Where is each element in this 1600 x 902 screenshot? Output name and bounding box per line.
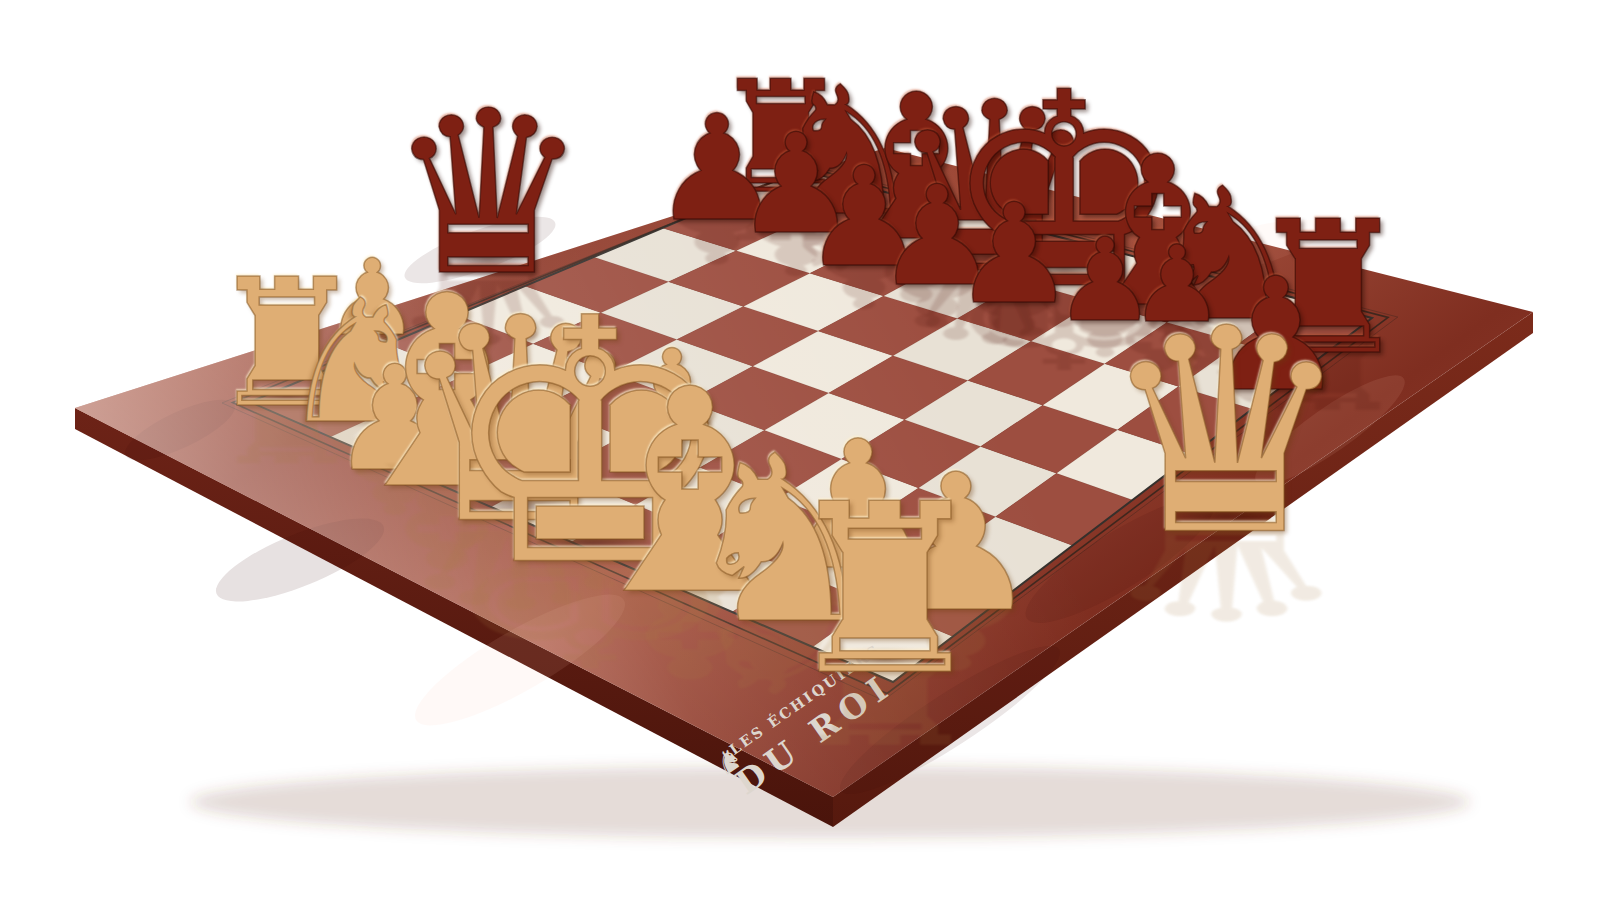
product-photo-canvas: ♞ LES ÉCHIQUIERS DU ROI ♜♜♞♞♟♟♟♟♝♝♟♟♛♛♛♛… — [0, 0, 1600, 902]
chess-board: ♞ LES ÉCHIQUIERS DU ROI — [0, 0, 1600, 902]
